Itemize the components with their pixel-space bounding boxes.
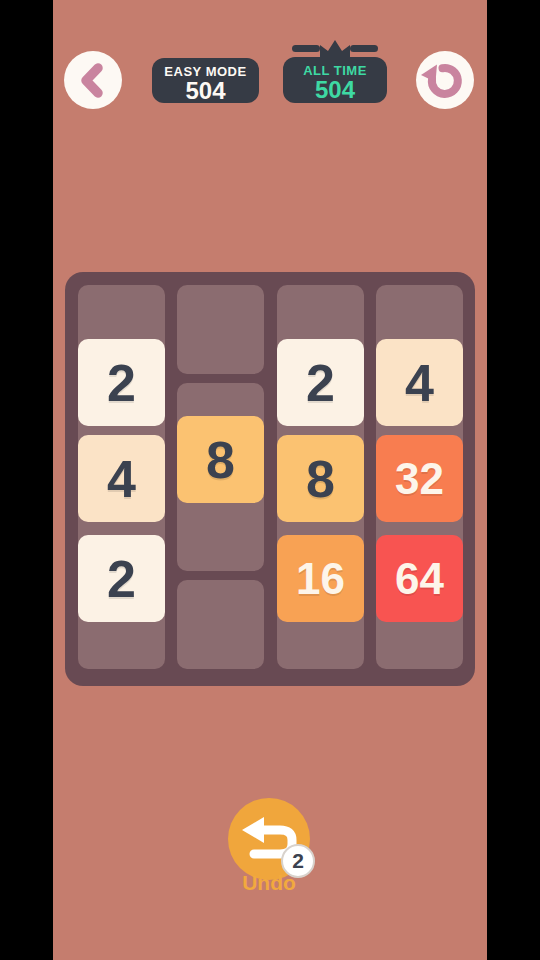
screen: EASY MODE 504 ALL TIME 504 2428281643264 (0, 0, 540, 960)
tile-2: 2 (78, 535, 165, 622)
tile-16: 16 (277, 535, 364, 622)
game-board[interactable]: 2428281643264 (65, 272, 475, 686)
tile-8: 8 (177, 416, 264, 503)
tile-4: 4 (78, 435, 165, 522)
all-time-score-badge: ALL TIME 504 (283, 57, 387, 103)
tile-8: 8 (277, 435, 364, 522)
game-screen: EASY MODE 504 ALL TIME 504 2428281643264 (53, 0, 487, 960)
chevron-left-icon (64, 51, 122, 109)
crown-icon (316, 40, 354, 58)
crown-dash-left (292, 45, 320, 52)
tile-64: 64 (376, 535, 463, 622)
tile-4: 4 (376, 339, 463, 426)
tile-2: 2 (277, 339, 364, 426)
undo-count: 2 (292, 849, 304, 873)
empty-cell-r3-c1 (177, 580, 264, 669)
easy-mode-score-badge: EASY MODE 504 (152, 58, 259, 103)
empty-cell-r0-c1 (177, 285, 264, 374)
easy-mode-score: 504 (152, 78, 259, 103)
crown-dash-right (350, 45, 378, 52)
tile-32: 32 (376, 435, 463, 522)
undo-label: Undo (194, 871, 344, 895)
restart-button[interactable] (416, 51, 474, 109)
back-button[interactable] (64, 51, 122, 109)
restart-icon (416, 51, 474, 109)
all-time-score: 504 (283, 77, 387, 102)
tile-2: 2 (78, 339, 165, 426)
